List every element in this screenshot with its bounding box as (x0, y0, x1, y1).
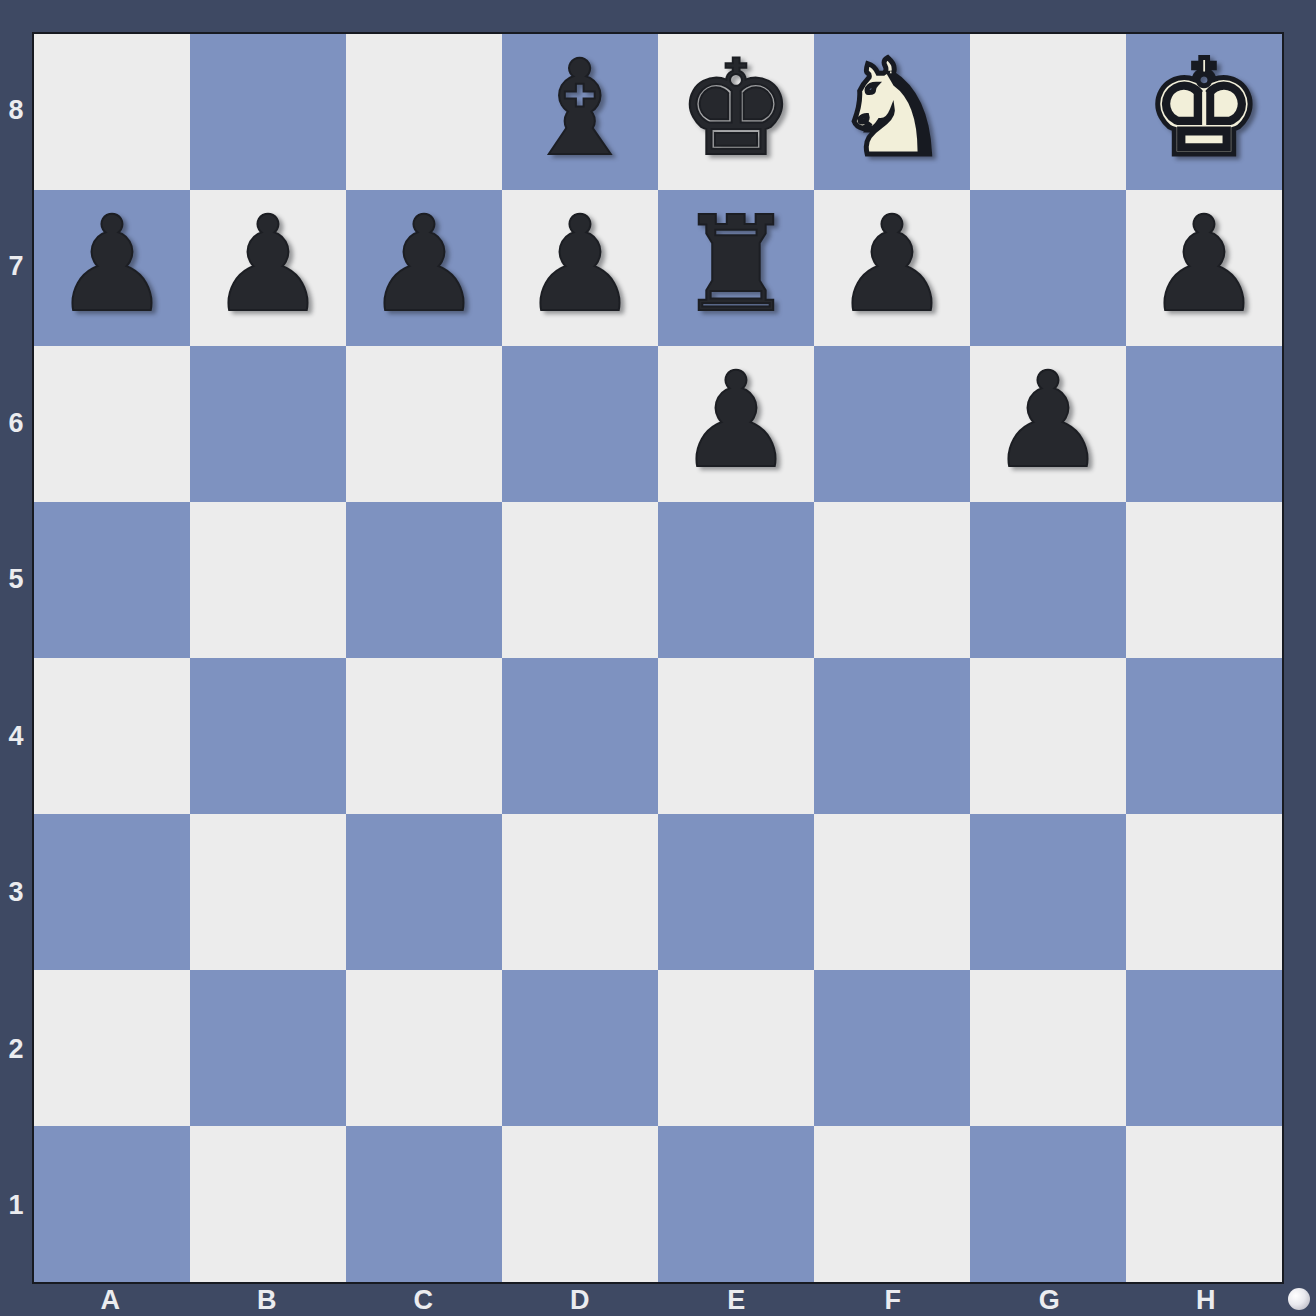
square-c4[interactable] (346, 658, 502, 814)
square-d2[interactable] (502, 970, 658, 1126)
square-d1[interactable] (502, 1126, 658, 1282)
square-a1[interactable] (34, 1126, 190, 1282)
square-d3[interactable] (502, 814, 658, 970)
square-g7[interactable] (970, 190, 1126, 346)
square-a4[interactable] (34, 658, 190, 814)
square-d6[interactable] (502, 346, 658, 502)
square-h3[interactable] (1126, 814, 1282, 970)
black-pawn[interactable]: ♟ (989, 354, 1107, 486)
square-c8[interactable] (346, 34, 502, 190)
square-d7[interactable]: ♟ (502, 190, 658, 346)
square-e3[interactable] (658, 814, 814, 970)
square-f7[interactable]: ♟ (814, 190, 970, 346)
square-c2[interactable] (346, 970, 502, 1126)
square-a3[interactable] (34, 814, 190, 970)
file-label-d: D (502, 1284, 659, 1316)
rank-label-6: 6 (0, 345, 32, 502)
rank-label-3: 3 (0, 815, 32, 972)
square-g3[interactable] (970, 814, 1126, 970)
square-h1[interactable] (1126, 1126, 1282, 1282)
square-b1[interactable] (190, 1126, 346, 1282)
rank-label-4: 4 (0, 658, 32, 815)
square-h5[interactable] (1126, 502, 1282, 658)
chess-board: ♝♚♞♚♟♟♟♟♜♟♟♟♟ (32, 32, 1284, 1284)
square-e5[interactable] (658, 502, 814, 658)
file-label-a: A (32, 1284, 189, 1316)
file-label-g: G (971, 1284, 1128, 1316)
square-f1[interactable] (814, 1126, 970, 1282)
square-b7[interactable]: ♟ (190, 190, 346, 346)
rank-label-8: 8 (0, 32, 32, 189)
square-a2[interactable] (34, 970, 190, 1126)
square-c7[interactable]: ♟ (346, 190, 502, 346)
black-pawn[interactable]: ♟ (1145, 198, 1263, 330)
square-e1[interactable] (658, 1126, 814, 1282)
file-label-c: C (345, 1284, 502, 1316)
square-b6[interactable] (190, 346, 346, 502)
black-pawn[interactable]: ♟ (53, 198, 171, 330)
square-c1[interactable] (346, 1126, 502, 1282)
file-label-h: H (1128, 1284, 1285, 1316)
white-king[interactable]: ♚ (1145, 42, 1263, 174)
rank-label-7: 7 (0, 189, 32, 346)
square-f4[interactable] (814, 658, 970, 814)
file-labels: ABCDEFGH (32, 1284, 1284, 1316)
square-g4[interactable] (970, 658, 1126, 814)
square-b4[interactable] (190, 658, 346, 814)
square-e6[interactable]: ♟ (658, 346, 814, 502)
square-a8[interactable] (34, 34, 190, 190)
square-c6[interactable] (346, 346, 502, 502)
file-label-e: E (658, 1284, 815, 1316)
square-h2[interactable] (1126, 970, 1282, 1126)
square-e4[interactable] (658, 658, 814, 814)
rank-label-1: 1 (0, 1128, 32, 1285)
square-f8[interactable]: ♞ (814, 34, 970, 190)
square-a5[interactable] (34, 502, 190, 658)
square-b8[interactable] (190, 34, 346, 190)
black-king[interactable]: ♚ (677, 42, 795, 174)
square-h4[interactable] (1126, 658, 1282, 814)
square-c3[interactable] (346, 814, 502, 970)
square-g6[interactable]: ♟ (970, 346, 1126, 502)
square-b5[interactable] (190, 502, 346, 658)
rank-labels: 87654321 (0, 32, 32, 1284)
square-a7[interactable]: ♟ (34, 190, 190, 346)
square-b2[interactable] (190, 970, 346, 1126)
square-e8[interactable]: ♚ (658, 34, 814, 190)
square-d4[interactable] (502, 658, 658, 814)
file-label-b: B (189, 1284, 346, 1316)
square-h8[interactable]: ♚ (1126, 34, 1282, 190)
square-c5[interactable] (346, 502, 502, 658)
black-pawn[interactable]: ♟ (209, 198, 327, 330)
square-d8[interactable]: ♝ (502, 34, 658, 190)
black-pawn[interactable]: ♟ (365, 198, 483, 330)
rank-label-5: 5 (0, 502, 32, 659)
square-d5[interactable] (502, 502, 658, 658)
square-f6[interactable] (814, 346, 970, 502)
rank-label-2: 2 (0, 971, 32, 1128)
square-b3[interactable] (190, 814, 346, 970)
square-e7[interactable]: ♜ (658, 190, 814, 346)
white-to-move-indicator (1288, 1288, 1310, 1310)
square-f2[interactable] (814, 970, 970, 1126)
square-g8[interactable] (970, 34, 1126, 190)
square-g2[interactable] (970, 970, 1126, 1126)
square-f5[interactable] (814, 502, 970, 658)
black-rook[interactable]: ♜ (677, 198, 795, 330)
square-h6[interactable] (1126, 346, 1282, 502)
square-g1[interactable] (970, 1126, 1126, 1282)
square-a6[interactable] (34, 346, 190, 502)
square-f3[interactable] (814, 814, 970, 970)
black-pawn[interactable]: ♟ (521, 198, 639, 330)
square-g5[interactable] (970, 502, 1126, 658)
square-e2[interactable] (658, 970, 814, 1126)
square-h7[interactable]: ♟ (1126, 190, 1282, 346)
file-label-f: F (815, 1284, 972, 1316)
board-frame: 87654321 ♝♚♞♚♟♟♟♟♜♟♟♟♟ ABCDEFGH (0, 0, 1316, 1316)
black-pawn[interactable]: ♟ (677, 354, 795, 486)
black-pawn[interactable]: ♟ (833, 198, 951, 330)
white-knight[interactable]: ♞ (833, 42, 951, 174)
black-bishop[interactable]: ♝ (521, 42, 639, 174)
